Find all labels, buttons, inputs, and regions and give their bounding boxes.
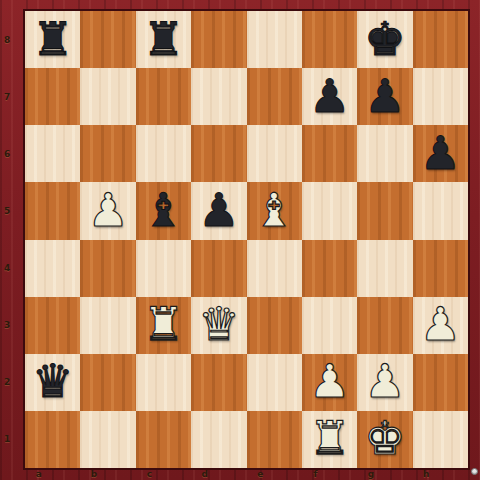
square-d7[interactable] [191, 68, 246, 125]
square-b6[interactable] [80, 125, 135, 182]
square-h3[interactable]: ♟ [413, 297, 468, 354]
square-d4[interactable] [191, 240, 246, 297]
square-h8[interactable] [413, 11, 468, 68]
square-h6[interactable]: ♟ [413, 125, 468, 182]
square-d2[interactable] [191, 354, 246, 411]
square-b2[interactable] [80, 354, 135, 411]
rank-label-1: 1 [0, 411, 25, 468]
square-a4[interactable] [25, 240, 80, 297]
square-f6[interactable] [302, 125, 357, 182]
square-d1[interactable] [191, 411, 246, 468]
rank-coordinates: 87654321 [0, 11, 25, 468]
white-pawn-f2[interactable]: ♟ [309, 358, 350, 404]
square-h4[interactable] [413, 240, 468, 297]
square-e4[interactable] [247, 240, 302, 297]
white-queen-d3[interactable]: ♛ [198, 301, 239, 347]
black-pawn-g7[interactable]: ♟ [364, 73, 405, 119]
square-h7[interactable] [413, 68, 468, 125]
square-g1[interactable]: ♚ [357, 411, 412, 468]
chess-board-frame: ♜♜♚♟♟♟♟♝♟♝♜♛♟♛♟♟♜♚ 87654321 abcdefgh [0, 0, 480, 480]
square-d3[interactable]: ♛ [191, 297, 246, 354]
square-a6[interactable] [25, 125, 80, 182]
white-king-g1[interactable]: ♚ [364, 415, 405, 461]
square-h5[interactable] [413, 182, 468, 239]
file-label-f: f [288, 468, 343, 480]
square-a7[interactable] [25, 68, 80, 125]
white-rook-c3[interactable]: ♜ [143, 301, 184, 347]
file-label-a: a [11, 468, 66, 480]
square-d6[interactable] [191, 125, 246, 182]
square-a8[interactable]: ♜ [25, 11, 80, 68]
square-f2[interactable]: ♟ [302, 354, 357, 411]
square-f4[interactable] [302, 240, 357, 297]
file-label-g: g [343, 468, 398, 480]
file-label-d: d [177, 468, 232, 480]
square-c3[interactable]: ♜ [136, 297, 191, 354]
square-a3[interactable] [25, 297, 80, 354]
square-e1[interactable] [247, 411, 302, 468]
black-rook-c8[interactable]: ♜ [143, 16, 184, 62]
square-h1[interactable] [413, 411, 468, 468]
square-d8[interactable] [191, 11, 246, 68]
white-pawn-b5[interactable]: ♟ [87, 187, 128, 233]
white-rook-f1[interactable]: ♜ [309, 415, 350, 461]
black-queen-a2[interactable]: ♛ [32, 358, 73, 404]
square-c4[interactable] [136, 240, 191, 297]
square-b3[interactable] [80, 297, 135, 354]
square-f3[interactable] [302, 297, 357, 354]
square-g6[interactable] [357, 125, 412, 182]
square-c1[interactable] [136, 411, 191, 468]
square-c2[interactable] [136, 354, 191, 411]
black-king-g8[interactable]: ♚ [364, 16, 405, 62]
square-c8[interactable]: ♜ [136, 11, 191, 68]
square-g3[interactable] [357, 297, 412, 354]
square-g2[interactable]: ♟ [357, 354, 412, 411]
square-b7[interactable] [80, 68, 135, 125]
square-e6[interactable] [247, 125, 302, 182]
square-e3[interactable] [247, 297, 302, 354]
white-to-move-indicator [471, 468, 478, 475]
square-b4[interactable] [80, 240, 135, 297]
square-e7[interactable] [247, 68, 302, 125]
file-label-h: h [399, 468, 454, 480]
square-d5[interactable]: ♟ [191, 182, 246, 239]
square-f1[interactable]: ♜ [302, 411, 357, 468]
square-f8[interactable] [302, 11, 357, 68]
rank-label-4: 4 [0, 240, 25, 297]
black-rook-a8[interactable]: ♜ [32, 16, 73, 62]
white-pawn-h3[interactable]: ♟ [420, 301, 461, 347]
black-pawn-f7[interactable]: ♟ [309, 73, 350, 119]
square-h2[interactable] [413, 354, 468, 411]
square-b5[interactable]: ♟ [80, 182, 135, 239]
square-f5[interactable] [302, 182, 357, 239]
square-e2[interactable] [247, 354, 302, 411]
square-e8[interactable] [247, 11, 302, 68]
rank-label-5: 5 [0, 182, 25, 239]
square-b1[interactable] [80, 411, 135, 468]
square-g5[interactable] [357, 182, 412, 239]
rank-label-2: 2 [0, 354, 25, 411]
file-label-b: b [66, 468, 121, 480]
rank-label-6: 6 [0, 125, 25, 182]
square-a5[interactable] [25, 182, 80, 239]
file-coordinates: abcdefgh [25, 468, 468, 480]
square-c6[interactable] [136, 125, 191, 182]
square-a1[interactable] [25, 411, 80, 468]
white-pawn-g2[interactable]: ♟ [364, 358, 405, 404]
rank-label-7: 7 [0, 68, 25, 125]
white-bishop-e5[interactable]: ♝ [254, 187, 295, 233]
square-g8[interactable]: ♚ [357, 11, 412, 68]
square-g4[interactable] [357, 240, 412, 297]
square-c5[interactable]: ♝ [136, 182, 191, 239]
file-label-e: e [233, 468, 288, 480]
rank-label-3: 3 [0, 297, 25, 354]
square-e5[interactable]: ♝ [247, 182, 302, 239]
black-bishop-c5[interactable]: ♝ [143, 187, 184, 233]
square-f7[interactable]: ♟ [302, 68, 357, 125]
square-b8[interactable] [80, 11, 135, 68]
black-pawn-d5[interactable]: ♟ [198, 187, 239, 233]
file-label-c: c [122, 468, 177, 480]
square-c7[interactable] [136, 68, 191, 125]
square-a2[interactable]: ♛ [25, 354, 80, 411]
black-pawn-h6[interactable]: ♟ [420, 130, 461, 176]
square-g7[interactable]: ♟ [357, 68, 412, 125]
chess-board: ♜♜♚♟♟♟♟♝♟♝♜♛♟♛♟♟♜♚ [25, 11, 468, 468]
rank-label-8: 8 [0, 11, 25, 68]
